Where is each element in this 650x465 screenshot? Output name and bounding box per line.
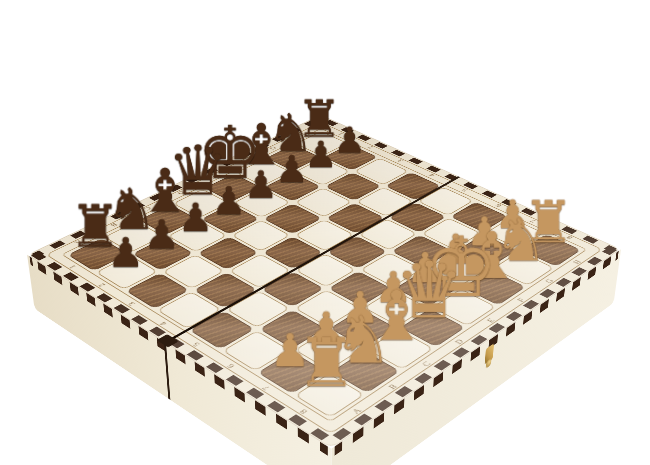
- piece-dark-pawn: ♟: [143, 214, 179, 254]
- rank-label-near: 8: [298, 408, 310, 416]
- square-b4: [194, 272, 257, 308]
- piece-light-rook: ♜: [297, 329, 357, 396]
- square-b5: [226, 291, 290, 328]
- file-label-near: G: [543, 277, 555, 284]
- rank-label-near: 5: [190, 341, 202, 348]
- file-label-near: C: [420, 360, 433, 368]
- rank-label-near: 3: [126, 301, 137, 307]
- file-label-near: F: [515, 297, 527, 303]
- piece-dark-pawn: ♟: [107, 232, 144, 273]
- rank-label-near: 7: [260, 385, 272, 392]
- file-label-near: A: [350, 407, 364, 416]
- square-a4: [157, 291, 221, 328]
- square-b3: [163, 254, 225, 288]
- file-label-near: H: [571, 259, 583, 265]
- file-label-near: B: [386, 383, 399, 391]
- square-c4: [229, 254, 291, 288]
- file-label-near: E: [485, 317, 497, 324]
- rank-label-near: 6: [225, 362, 237, 369]
- rank-label-near: 1: [67, 264, 78, 270]
- chess-set-photo: 1122334455667788HHGGFFEEDDCCBBAA ♜♞♝♛♚♝♞…: [0, 0, 650, 465]
- rank-label-near: 2: [96, 282, 107, 288]
- rank-label-near: 4: [158, 321, 169, 328]
- square-a3: [126, 273, 189, 309]
- square-a5: [189, 310, 255, 349]
- file-label-near: D: [453, 338, 466, 346]
